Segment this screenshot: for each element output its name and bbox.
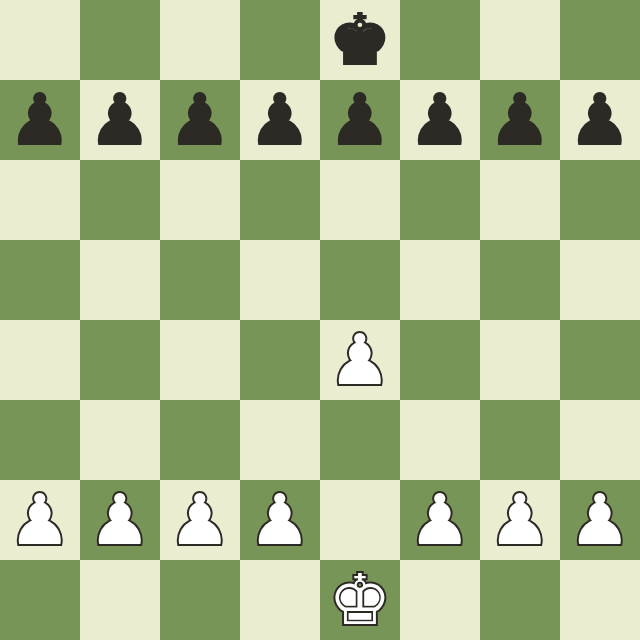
square-a4[interactable] (0, 320, 80, 400)
chess-board-container: ♚♟♟♟♟♟♟♟♟♟♟♟♟♟♟♟♟♚ (0, 0, 640, 640)
square-b2[interactable]: ♟ (80, 480, 160, 560)
square-h4[interactable] (560, 320, 640, 400)
square-e4[interactable]: ♟ (320, 320, 400, 400)
square-f5[interactable] (400, 240, 480, 320)
square-d8[interactable] (240, 0, 320, 80)
square-e6[interactable] (320, 160, 400, 240)
black-pawn[interactable]: ♟ (409, 80, 472, 160)
square-a5[interactable] (0, 240, 80, 320)
square-g1[interactable] (480, 560, 560, 640)
white-pawn[interactable]: ♟ (489, 480, 552, 560)
square-f6[interactable] (400, 160, 480, 240)
square-f8[interactable] (400, 0, 480, 80)
square-c7[interactable]: ♟ (160, 80, 240, 160)
white-pawn[interactable]: ♟ (169, 480, 232, 560)
square-f7[interactable]: ♟ (400, 80, 480, 160)
square-a1[interactable] (0, 560, 80, 640)
square-a2[interactable]: ♟ (0, 480, 80, 560)
square-b6[interactable] (80, 160, 160, 240)
square-d4[interactable] (240, 320, 320, 400)
square-e3[interactable] (320, 400, 400, 480)
square-b7[interactable]: ♟ (80, 80, 160, 160)
square-a6[interactable] (0, 160, 80, 240)
square-f1[interactable] (400, 560, 480, 640)
square-a8[interactable] (0, 0, 80, 80)
black-pawn[interactable]: ♟ (329, 80, 392, 160)
white-king[interactable]: ♚ (329, 560, 392, 640)
square-e7[interactable]: ♟ (320, 80, 400, 160)
square-g6[interactable] (480, 160, 560, 240)
black-pawn[interactable]: ♟ (89, 80, 152, 160)
square-c8[interactable] (160, 0, 240, 80)
white-pawn[interactable]: ♟ (409, 480, 472, 560)
square-a7[interactable]: ♟ (0, 80, 80, 160)
black-pawn[interactable]: ♟ (489, 80, 552, 160)
square-h7[interactable]: ♟ (560, 80, 640, 160)
square-c2[interactable]: ♟ (160, 480, 240, 560)
square-g5[interactable] (480, 240, 560, 320)
square-c4[interactable] (160, 320, 240, 400)
black-pawn[interactable]: ♟ (569, 80, 632, 160)
square-e8[interactable]: ♚ (320, 0, 400, 80)
square-h6[interactable] (560, 160, 640, 240)
square-e2[interactable] (320, 480, 400, 560)
black-king[interactable]: ♚ (329, 0, 392, 80)
white-pawn[interactable]: ♟ (329, 320, 392, 400)
square-b5[interactable] (80, 240, 160, 320)
square-b1[interactable] (80, 560, 160, 640)
square-c1[interactable] (160, 560, 240, 640)
square-b8[interactable] (80, 0, 160, 80)
black-pawn[interactable]: ♟ (249, 80, 312, 160)
square-g3[interactable] (480, 400, 560, 480)
square-e1[interactable]: ♚ (320, 560, 400, 640)
black-pawn[interactable]: ♟ (9, 80, 72, 160)
square-d5[interactable] (240, 240, 320, 320)
square-g7[interactable]: ♟ (480, 80, 560, 160)
square-a3[interactable] (0, 400, 80, 480)
square-h2[interactable]: ♟ (560, 480, 640, 560)
black-pawn[interactable]: ♟ (169, 80, 232, 160)
white-pawn[interactable]: ♟ (9, 480, 72, 560)
white-pawn[interactable]: ♟ (89, 480, 152, 560)
square-h5[interactable] (560, 240, 640, 320)
square-c5[interactable] (160, 240, 240, 320)
chess-board: ♚♟♟♟♟♟♟♟♟♟♟♟♟♟♟♟♟♚ (0, 0, 640, 640)
square-g4[interactable] (480, 320, 560, 400)
square-d7[interactable]: ♟ (240, 80, 320, 160)
square-e5[interactable] (320, 240, 400, 320)
square-d2[interactable]: ♟ (240, 480, 320, 560)
white-pawn[interactable]: ♟ (249, 480, 312, 560)
square-g2[interactable]: ♟ (480, 480, 560, 560)
square-c3[interactable] (160, 400, 240, 480)
square-b4[interactable] (80, 320, 160, 400)
square-g8[interactable] (480, 0, 560, 80)
square-h8[interactable] (560, 0, 640, 80)
square-d6[interactable] (240, 160, 320, 240)
square-b3[interactable] (80, 400, 160, 480)
square-f2[interactable]: ♟ (400, 480, 480, 560)
square-d1[interactable] (240, 560, 320, 640)
square-d3[interactable] (240, 400, 320, 480)
square-f4[interactable] (400, 320, 480, 400)
square-f3[interactable] (400, 400, 480, 480)
square-c6[interactable] (160, 160, 240, 240)
white-pawn[interactable]: ♟ (569, 480, 632, 560)
square-h3[interactable] (560, 400, 640, 480)
square-h1[interactable] (560, 560, 640, 640)
